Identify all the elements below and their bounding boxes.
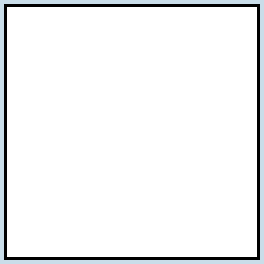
- chessboard: [4, 4, 260, 260]
- board-grid: [7, 7, 257, 257]
- chess-diagram: [0, 0, 264, 264]
